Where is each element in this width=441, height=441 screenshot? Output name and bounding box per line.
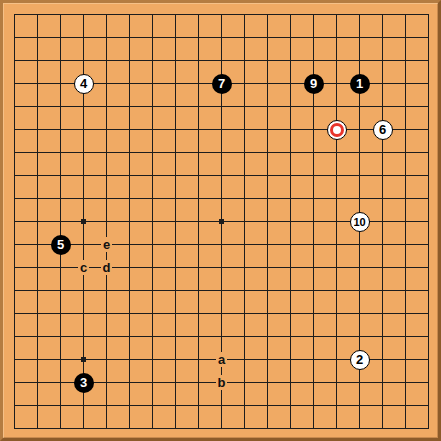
white-stone-2: 2 xyxy=(350,350,370,370)
point-label-a: a xyxy=(216,352,227,367)
black-stone-7: 7 xyxy=(212,74,232,94)
point-label-b: b xyxy=(216,375,228,390)
label-point-c[interactable]: c xyxy=(72,256,95,279)
hoshi-point-D10 xyxy=(72,210,95,233)
white-stone-marked xyxy=(327,120,347,140)
red-circle-mark-icon xyxy=(330,123,344,137)
label-point-b[interactable]: b xyxy=(210,371,233,394)
stone-white-2[interactable]: 2 xyxy=(348,348,371,371)
point-label-e: e xyxy=(101,237,112,252)
black-stone-1: 1 xyxy=(350,74,370,94)
go-board: 1234567910abcde xyxy=(0,0,441,441)
hoshi-point-D4 xyxy=(72,348,95,371)
black-stone-5: 5 xyxy=(51,235,71,255)
white-stone-6: 6 xyxy=(373,120,393,140)
stone-white-10[interactable]: 10 xyxy=(348,210,371,233)
point-label-d: d xyxy=(101,260,113,275)
marked-stone-P14[interactable] xyxy=(325,118,348,141)
black-stone-3: 3 xyxy=(74,373,94,393)
stone-black-1[interactable]: 1 xyxy=(348,72,371,95)
stone-black-9[interactable]: 9 xyxy=(302,72,325,95)
hoshi-dot xyxy=(81,219,86,224)
white-stone-10: 10 xyxy=(350,212,370,232)
stone-white-4[interactable]: 4 xyxy=(72,72,95,95)
board-grid: 1234567910abcde xyxy=(3,3,440,440)
stone-black-7[interactable]: 7 xyxy=(210,72,233,95)
stone-black-5[interactable]: 5 xyxy=(49,233,72,256)
label-point-d[interactable]: d xyxy=(95,256,118,279)
hoshi-dot xyxy=(219,219,224,224)
stone-black-3[interactable]: 3 xyxy=(72,371,95,394)
label-point-e[interactable]: e xyxy=(95,233,118,256)
hoshi-point-K10 xyxy=(210,210,233,233)
hoshi-dot xyxy=(81,357,86,362)
black-stone-9: 9 xyxy=(304,74,324,94)
stone-white-6[interactable]: 6 xyxy=(371,118,394,141)
white-stone-4: 4 xyxy=(74,74,94,94)
point-label-c: c xyxy=(78,260,89,275)
label-point-a[interactable]: a xyxy=(210,348,233,371)
